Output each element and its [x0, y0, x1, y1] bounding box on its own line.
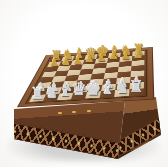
product-photo: ♜♞♝♛♚♝♞♜♟♟♟♟♟♟♟♟♟♟♟♟♟♟♟♟♜♞♝♛♚♝♞♜ [0, 0, 168, 167]
board-frame [25, 49, 147, 103]
board-square [114, 89, 129, 97]
board-square [129, 88, 144, 96]
board-square [100, 90, 116, 98]
brass-hinge-icon [87, 110, 91, 112]
box-top-surface [17, 47, 154, 107]
chess-board-grid [29, 51, 144, 102]
